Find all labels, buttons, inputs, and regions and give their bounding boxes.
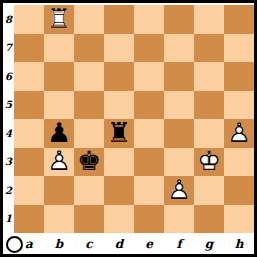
piece-white-king[interactable]: ♚♔ xyxy=(194,148,224,177)
file-label-d: d xyxy=(104,234,134,253)
square-c3[interactable]: ♚ xyxy=(74,148,104,177)
square-c6[interactable] xyxy=(74,62,104,91)
square-a5[interactable] xyxy=(14,91,44,120)
square-h5[interactable] xyxy=(224,91,254,120)
square-f8[interactable] xyxy=(164,5,194,34)
square-b7[interactable] xyxy=(44,34,74,63)
square-e5[interactable] xyxy=(134,91,164,120)
rank-label-8: 8 xyxy=(3,5,14,34)
square-d3[interactable] xyxy=(104,148,134,177)
square-b5[interactable] xyxy=(44,91,74,120)
square-a2[interactable] xyxy=(14,176,44,205)
piece-black-pawn[interactable]: ♟ xyxy=(44,119,74,148)
square-f7[interactable] xyxy=(164,34,194,63)
file-label-f: f xyxy=(164,234,194,253)
square-a6[interactable] xyxy=(14,62,44,91)
square-b3[interactable]: ♟♙ xyxy=(44,148,74,177)
square-d1[interactable] xyxy=(104,205,134,234)
white-to-move-indicator xyxy=(6,236,23,253)
square-a3[interactable] xyxy=(14,148,44,177)
square-h2[interactable] xyxy=(224,176,254,205)
square-b6[interactable] xyxy=(44,62,74,91)
square-a7[interactable] xyxy=(14,34,44,63)
file-label-e: e xyxy=(134,234,164,253)
square-h8[interactable] xyxy=(224,5,254,34)
square-f6[interactable] xyxy=(164,62,194,91)
square-g5[interactable] xyxy=(194,91,224,120)
rank-label-1: 1 xyxy=(3,205,14,234)
square-c8[interactable] xyxy=(74,5,104,34)
piece-white-pawn[interactable]: ♟♙ xyxy=(224,119,254,148)
square-d6[interactable] xyxy=(104,62,134,91)
square-f2[interactable]: ♟♙ xyxy=(164,176,194,205)
file-label-b: b xyxy=(44,234,74,253)
rank-label-3: 3 xyxy=(3,148,14,177)
square-e8[interactable] xyxy=(134,5,164,34)
square-g4[interactable] xyxy=(194,119,224,148)
square-g6[interactable] xyxy=(194,62,224,91)
rank-label-4: 4 xyxy=(3,119,14,148)
file-labels: abcdefgh xyxy=(14,234,254,253)
piece-black-rook[interactable]: ♜ xyxy=(104,119,134,148)
square-d4[interactable]: ♜ xyxy=(104,119,134,148)
square-f4[interactable] xyxy=(164,119,194,148)
square-a4[interactable] xyxy=(14,119,44,148)
square-h3[interactable] xyxy=(224,148,254,177)
chess-diagram: 87654321 ♜♖♟♜♟♙♟♙♚♚♔♟♙ abcdefgh xyxy=(0,0,257,257)
square-h1[interactable] xyxy=(224,205,254,234)
square-c4[interactable] xyxy=(74,119,104,148)
square-f5[interactable] xyxy=(164,91,194,120)
square-c5[interactable] xyxy=(74,91,104,120)
piece-white-pawn[interactable]: ♟♙ xyxy=(44,148,74,177)
piece-white-pawn[interactable]: ♟♙ xyxy=(164,176,194,205)
square-e2[interactable] xyxy=(134,176,164,205)
square-a1[interactable] xyxy=(14,205,44,234)
file-label-c: c xyxy=(74,234,104,253)
square-b2[interactable] xyxy=(44,176,74,205)
piece-white-rook[interactable]: ♜♖ xyxy=(44,5,74,34)
file-label-h: h xyxy=(224,234,254,253)
square-d7[interactable] xyxy=(104,34,134,63)
square-a8[interactable] xyxy=(14,5,44,34)
square-e3[interactable] xyxy=(134,148,164,177)
square-b8[interactable]: ♜♖ xyxy=(44,5,74,34)
rank-label-2: 2 xyxy=(3,176,14,205)
square-h4[interactable]: ♟♙ xyxy=(224,119,254,148)
square-g2[interactable] xyxy=(194,176,224,205)
square-g1[interactable] xyxy=(194,205,224,234)
square-e7[interactable] xyxy=(134,34,164,63)
square-g3[interactable]: ♚♔ xyxy=(194,148,224,177)
square-d5[interactable] xyxy=(104,91,134,120)
rank-labels: 87654321 xyxy=(3,5,14,233)
square-g7[interactable] xyxy=(194,34,224,63)
square-b4[interactable]: ♟ xyxy=(44,119,74,148)
square-e4[interactable] xyxy=(134,119,164,148)
square-e1[interactable] xyxy=(134,205,164,234)
square-c7[interactable] xyxy=(74,34,104,63)
rank-label-5: 5 xyxy=(3,91,14,120)
square-d8[interactable] xyxy=(104,5,134,34)
chess-board[interactable]: ♜♖♟♜♟♙♟♙♚♚♔♟♙ xyxy=(14,5,254,233)
square-g8[interactable] xyxy=(194,5,224,34)
square-h6[interactable] xyxy=(224,62,254,91)
file-label-g: g xyxy=(194,234,224,253)
square-c1[interactable] xyxy=(74,205,104,234)
square-b1[interactable] xyxy=(44,205,74,234)
rank-label-6: 6 xyxy=(3,62,14,91)
square-d2[interactable] xyxy=(104,176,134,205)
square-c2[interactable] xyxy=(74,176,104,205)
square-f1[interactable] xyxy=(164,205,194,234)
rank-label-7: 7 xyxy=(3,34,14,63)
piece-black-king[interactable]: ♚ xyxy=(74,148,104,177)
square-h7[interactable] xyxy=(224,34,254,63)
square-e6[interactable] xyxy=(134,62,164,91)
square-f3[interactable] xyxy=(164,148,194,177)
